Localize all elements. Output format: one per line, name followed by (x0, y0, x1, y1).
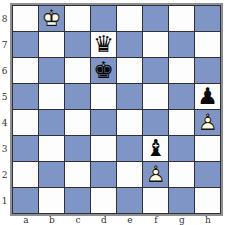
file-label-c: c (65, 215, 91, 225)
piece-black-king: ♚ (91, 58, 116, 83)
square-e5[interactable] (117, 84, 142, 109)
square-f2[interactable]: ♟♙ (143, 162, 168, 187)
chess-board: ♚♔♛♚♟♟♙♝♟♙ (10, 3, 223, 216)
square-d7[interactable]: ♛ (91, 32, 116, 57)
piece-black-bishop: ♝ (143, 136, 168, 161)
piece-black-queen: ♛ (91, 32, 116, 57)
square-a2[interactable] (13, 162, 38, 187)
square-e4[interactable] (117, 110, 142, 135)
file-labels: abcdefgh (13, 215, 221, 225)
square-e7[interactable] (117, 32, 142, 57)
piece-white-pawn: ♟♙ (143, 162, 168, 187)
square-d3[interactable] (91, 136, 116, 161)
square-f8[interactable] (143, 6, 168, 31)
square-c4[interactable] (65, 110, 90, 135)
rank-label-7: 7 (0, 32, 9, 58)
file-label-d: d (91, 215, 117, 225)
file-label-g: g (169, 215, 195, 225)
white-pawn-fill-glyph: ♟ (145, 163, 166, 186)
square-b4[interactable] (39, 110, 64, 135)
square-h6[interactable] (195, 58, 220, 83)
white-king-fill-glyph: ♚ (41, 7, 62, 30)
piece-white-king: ♚♔ (39, 6, 64, 31)
square-d6[interactable]: ♚ (91, 58, 116, 83)
white-pawn-outline-glyph: ♙ (197, 111, 218, 134)
square-h1[interactable] (195, 188, 220, 213)
square-c8[interactable] (65, 6, 90, 31)
white-pawn-outline-glyph: ♙ (145, 163, 166, 186)
square-d4[interactable] (91, 110, 116, 135)
piece-white-pawn: ♟♙ (195, 110, 220, 135)
square-b3[interactable] (39, 136, 64, 161)
black-bishop-glyph: ♝ (145, 137, 166, 160)
file-label-f: f (143, 215, 169, 225)
square-f7[interactable] (143, 32, 168, 57)
square-g4[interactable] (169, 110, 194, 135)
square-b6[interactable] (39, 58, 64, 83)
piece-black-pawn: ♟ (195, 84, 220, 109)
square-b1[interactable] (39, 188, 64, 213)
square-b2[interactable] (39, 162, 64, 187)
file-label-e: e (117, 215, 143, 225)
square-g5[interactable] (169, 84, 194, 109)
square-g7[interactable] (169, 32, 194, 57)
square-c5[interactable] (65, 84, 90, 109)
rank-label-2: 2 (0, 162, 9, 188)
square-a3[interactable] (13, 136, 38, 161)
square-f4[interactable] (143, 110, 168, 135)
white-king-outline-glyph: ♔ (41, 7, 62, 30)
square-g2[interactable] (169, 162, 194, 187)
black-pawn-glyph: ♟ (197, 85, 218, 108)
file-label-a: a (13, 215, 39, 225)
square-e2[interactable] (117, 162, 142, 187)
square-a4[interactable] (13, 110, 38, 135)
rank-label-5: 5 (0, 84, 9, 110)
square-g8[interactable] (169, 6, 194, 31)
rank-label-4: 4 (0, 110, 9, 136)
square-a6[interactable] (13, 58, 38, 83)
square-c3[interactable] (65, 136, 90, 161)
rank-label-6: 6 (0, 58, 9, 84)
square-g3[interactable] (169, 136, 194, 161)
square-g1[interactable] (169, 188, 194, 213)
square-d5[interactable] (91, 84, 116, 109)
square-h7[interactable] (195, 32, 220, 57)
square-a7[interactable] (13, 32, 38, 57)
square-f3[interactable]: ♝ (143, 136, 168, 161)
black-king-glyph: ♚ (93, 59, 114, 82)
white-pawn-fill-glyph: ♟ (197, 111, 218, 134)
square-e1[interactable] (117, 188, 142, 213)
black-queen-glyph: ♛ (93, 33, 114, 56)
square-d2[interactable] (91, 162, 116, 187)
square-a5[interactable] (13, 84, 38, 109)
square-d1[interactable] (91, 188, 116, 213)
square-c6[interactable] (65, 58, 90, 83)
square-e6[interactable] (117, 58, 142, 83)
square-g6[interactable] (169, 58, 194, 83)
square-h5[interactable]: ♟ (195, 84, 220, 109)
rank-label-1: 1 (0, 188, 9, 214)
rank-label-8: 8 (0, 6, 9, 32)
square-e3[interactable] (117, 136, 142, 161)
square-f5[interactable] (143, 84, 168, 109)
chess-diagram: 87654321 ♚♔♛♚♟♟♙♝♟♙ abcdefgh (0, 0, 225, 225)
file-label-h: h (195, 215, 221, 225)
file-label-b: b (39, 215, 65, 225)
square-e8[interactable] (117, 6, 142, 31)
square-c2[interactable] (65, 162, 90, 187)
square-f1[interactable] (143, 188, 168, 213)
square-h4[interactable]: ♟♙ (195, 110, 220, 135)
square-c7[interactable] (65, 32, 90, 57)
rank-label-3: 3 (0, 136, 9, 162)
square-f6[interactable] (143, 58, 168, 83)
square-b5[interactable] (39, 84, 64, 109)
square-a1[interactable] (13, 188, 38, 213)
square-b7[interactable] (39, 32, 64, 57)
square-h8[interactable] (195, 6, 220, 31)
square-h2[interactable] (195, 162, 220, 187)
square-d8[interactable] (91, 6, 116, 31)
square-b8[interactable]: ♚♔ (39, 6, 64, 31)
rank-labels: 87654321 (0, 6, 9, 214)
square-h3[interactable] (195, 136, 220, 161)
square-c1[interactable] (65, 188, 90, 213)
square-a8[interactable] (13, 6, 38, 31)
